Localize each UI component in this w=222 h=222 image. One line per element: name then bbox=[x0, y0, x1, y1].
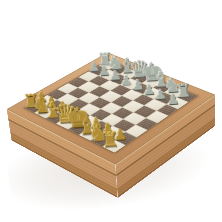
product-photo-stage: ♜♞♝♛♚♝♞♜♟♟♟♟♟♟♟♟♟♟♟♟♟♟♟♟♜♞♝♛♚♝♞♜ bbox=[0, 0, 222, 222]
piece-gold-rook[interactable]: ♜ bbox=[100, 130, 117, 149]
square-h5[interactable] bbox=[147, 111, 168, 123]
chess-set-box: ♜♞♝♛♚♝♞♜♟♟♟♟♟♟♟♟♟♟♟♟♟♟♟♟♜♞♝♛♚♝♞♜ bbox=[7, 52, 216, 164]
piece-silver-pawn[interactable]: ♟ bbox=[165, 92, 181, 106]
